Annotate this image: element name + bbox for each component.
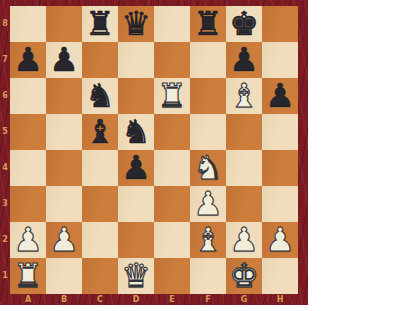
- square-f7[interactable]: [190, 42, 226, 78]
- piece-black-rook-f8[interactable]: ♜: [190, 6, 226, 42]
- square-g1[interactable]: ♚: [226, 258, 262, 294]
- square-f8[interactable]: ♜: [190, 6, 226, 42]
- square-d6[interactable]: [118, 78, 154, 114]
- square-f2[interactable]: ♝: [190, 222, 226, 258]
- file-label-g: G: [226, 294, 262, 305]
- square-e7[interactable]: [154, 42, 190, 78]
- board-frame: ♜♛♜♚♟♟♟♞♜♝♟♝♞♟♞♟♟♟♝♟♟♜♛♚ 87654321 ABCDEF…: [0, 0, 308, 305]
- rank-label-4: 4: [0, 150, 10, 186]
- piece-white-rook-a1[interactable]: ♜: [10, 258, 46, 294]
- square-a8[interactable]: [10, 6, 46, 42]
- square-b7[interactable]: ♟: [46, 42, 82, 78]
- piece-white-bishop-f2[interactable]: ♝: [190, 222, 226, 258]
- square-g4[interactable]: [226, 150, 262, 186]
- square-g5[interactable]: [226, 114, 262, 150]
- square-c8[interactable]: ♜: [82, 6, 118, 42]
- square-h3[interactable]: [262, 186, 298, 222]
- square-c6[interactable]: ♞: [82, 78, 118, 114]
- square-e2[interactable]: [154, 222, 190, 258]
- square-d3[interactable]: [118, 186, 154, 222]
- square-d2[interactable]: [118, 222, 154, 258]
- rank-label-8: 8: [0, 6, 10, 42]
- square-a2[interactable]: ♟: [10, 222, 46, 258]
- square-g8[interactable]: ♚: [226, 6, 262, 42]
- square-f3[interactable]: ♟: [190, 186, 226, 222]
- square-a6[interactable]: [10, 78, 46, 114]
- piece-black-bishop-c5[interactable]: ♝: [82, 114, 118, 150]
- rank-label-5: 5: [0, 114, 10, 150]
- piece-black-pawn-b7[interactable]: ♟: [46, 42, 82, 78]
- piece-white-bishop-g6[interactable]: ♝: [226, 78, 262, 114]
- square-g7[interactable]: ♟: [226, 42, 262, 78]
- square-c7[interactable]: [82, 42, 118, 78]
- piece-black-pawn-g7[interactable]: ♟: [226, 42, 262, 78]
- file-label-h: H: [262, 294, 298, 305]
- square-e5[interactable]: [154, 114, 190, 150]
- square-c5[interactable]: ♝: [82, 114, 118, 150]
- file-label-e: E: [154, 294, 190, 305]
- square-d7[interactable]: [118, 42, 154, 78]
- square-c1[interactable]: [82, 258, 118, 294]
- square-f5[interactable]: [190, 114, 226, 150]
- piece-black-pawn-d4[interactable]: ♟: [118, 150, 154, 186]
- piece-black-rook-c8[interactable]: ♜: [82, 6, 118, 42]
- file-label-d: D: [118, 294, 154, 305]
- chess-board: ♜♛♜♚♟♟♟♞♜♝♟♝♞♟♞♟♟♟♝♟♟♜♛♚: [10, 6, 298, 294]
- square-b3[interactable]: [46, 186, 82, 222]
- square-c2[interactable]: [82, 222, 118, 258]
- square-a3[interactable]: [10, 186, 46, 222]
- piece-black-knight-d5[interactable]: ♞: [118, 114, 154, 150]
- piece-black-knight-c6[interactable]: ♞: [82, 78, 118, 114]
- piece-white-pawn-h2[interactable]: ♟: [262, 222, 298, 258]
- square-d8[interactable]: ♛: [118, 6, 154, 42]
- square-g3[interactable]: [226, 186, 262, 222]
- piece-white-pawn-g2[interactable]: ♟: [226, 222, 262, 258]
- square-e4[interactable]: [154, 150, 190, 186]
- square-c4[interactable]: [82, 150, 118, 186]
- square-h8[interactable]: [262, 6, 298, 42]
- piece-white-pawn-f3[interactable]: ♟: [190, 186, 226, 222]
- piece-black-queen-d8[interactable]: ♛: [118, 6, 154, 42]
- square-d4[interactable]: ♟: [118, 150, 154, 186]
- square-a5[interactable]: [10, 114, 46, 150]
- square-h4[interactable]: [262, 150, 298, 186]
- piece-black-pawn-h6[interactable]: ♟: [262, 78, 298, 114]
- piece-white-pawn-a2[interactable]: ♟: [10, 222, 46, 258]
- square-d5[interactable]: ♞: [118, 114, 154, 150]
- piece-black-pawn-a7[interactable]: ♟: [10, 42, 46, 78]
- rank-label-2: 2: [0, 222, 10, 258]
- piece-white-king-g1[interactable]: ♚: [226, 258, 262, 294]
- square-b8[interactable]: [46, 6, 82, 42]
- square-b2[interactable]: ♟: [46, 222, 82, 258]
- rank-label-7: 7: [0, 42, 10, 78]
- square-a7[interactable]: ♟: [10, 42, 46, 78]
- square-g2[interactable]: ♟: [226, 222, 262, 258]
- file-label-f: F: [190, 294, 226, 305]
- square-e8[interactable]: [154, 6, 190, 42]
- square-f1[interactable]: [190, 258, 226, 294]
- square-c3[interactable]: [82, 186, 118, 222]
- rank-label-3: 3: [0, 186, 10, 222]
- square-d1[interactable]: ♛: [118, 258, 154, 294]
- square-e1[interactable]: [154, 258, 190, 294]
- piece-black-king-g8[interactable]: ♚: [226, 6, 262, 42]
- square-e3[interactable]: [154, 186, 190, 222]
- piece-white-knight-f4[interactable]: ♞: [190, 150, 226, 186]
- file-label-a: A: [10, 294, 46, 305]
- square-a4[interactable]: [10, 150, 46, 186]
- square-b6[interactable]: [46, 78, 82, 114]
- square-h5[interactable]: [262, 114, 298, 150]
- file-label-b: B: [46, 294, 82, 305]
- page: ♜♛♜♚♟♟♟♞♜♝♟♝♞♟♞♟♟♟♝♟♟♜♛♚ 87654321 ABCDEF…: [0, 0, 414, 311]
- square-g6[interactable]: ♝: [226, 78, 262, 114]
- square-b5[interactable]: [46, 114, 82, 150]
- square-f6[interactable]: [190, 78, 226, 114]
- square-f4[interactable]: ♞: [190, 150, 226, 186]
- rank-label-1: 1: [0, 258, 10, 294]
- square-h7[interactable]: [262, 42, 298, 78]
- square-h6[interactable]: ♟: [262, 78, 298, 114]
- rank-label-6: 6: [0, 78, 10, 114]
- piece-white-pawn-b2[interactable]: ♟: [46, 222, 82, 258]
- square-a1[interactable]: ♜: [10, 258, 46, 294]
- square-h2[interactable]: ♟: [262, 222, 298, 258]
- square-h1[interactable]: [262, 258, 298, 294]
- square-b1[interactable]: [46, 258, 82, 294]
- piece-white-queen-d1[interactable]: ♛: [118, 258, 154, 294]
- square-e6[interactable]: ♜: [154, 78, 190, 114]
- square-b4[interactable]: [46, 150, 82, 186]
- file-label-c: C: [82, 294, 118, 305]
- piece-white-rook-e6[interactable]: ♜: [154, 78, 190, 114]
